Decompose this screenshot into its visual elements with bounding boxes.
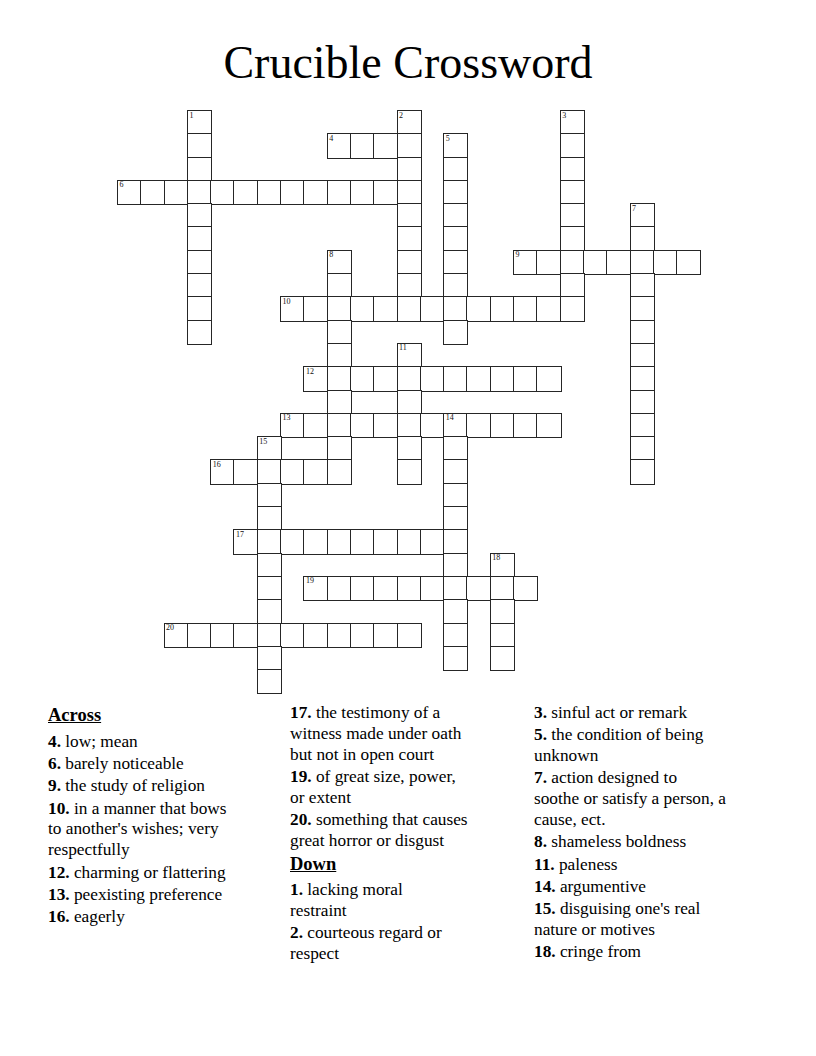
grid-cell-r3c5[interactable]: [234, 181, 257, 204]
grid-cell-r8c19[interactable]: [561, 297, 584, 320]
grid-cell-r6c3[interactable]: [188, 251, 211, 274]
grid-cell-r22c9[interactable]: [328, 624, 351, 647]
grid-cell-r20c13[interactable]: [421, 577, 444, 600]
grid-cell-r15c12[interactable]: [398, 460, 421, 483]
grid-cell-r18c13[interactable]: [421, 530, 444, 553]
clue-number-3: 3.: [534, 703, 547, 722]
grid-cell-r15c14[interactable]: [444, 460, 467, 483]
clue-number-13: 13.: [48, 885, 70, 904]
grid-cell-r18c5[interactable]: 17: [234, 530, 257, 553]
grid-cell-r9c3[interactable]: [188, 321, 211, 344]
clue-number-15: 15.: [534, 899, 556, 918]
grid-cell-r11c18[interactable]: [537, 367, 560, 390]
grid-cell-r13c10[interactable]: [351, 414, 374, 437]
grid-cell-r18c6[interactable]: [258, 530, 281, 553]
grid-cell-r8c11[interactable]: [374, 297, 397, 320]
grid-cell-r20c12[interactable]: [398, 577, 421, 600]
clue-10: 10. in a manner that bows to another's w…: [48, 799, 270, 861]
grid-cell-r12c22[interactable]: [631, 391, 654, 414]
grid-cell-r14c12[interactable]: [398, 437, 421, 460]
grid-cell-r21c16[interactable]: [491, 600, 514, 623]
grid-cell-r8c13[interactable]: [421, 297, 444, 320]
grid-cell-r0c3[interactable]: 1: [188, 111, 211, 134]
grid-cell-r15c4[interactable]: 16: [211, 460, 234, 483]
grid-cell-r4c12[interactable]: [398, 204, 421, 227]
clue-number-18: 18.: [534, 942, 556, 961]
clue-column-1: Across4. low; mean6. barely noticeable9.…: [48, 703, 270, 929]
grid-cell-r20c14[interactable]: [444, 577, 467, 600]
grid-cell-r20c10[interactable]: [351, 577, 374, 600]
grid-cell-r11c15[interactable]: [467, 367, 490, 390]
cell-number-14: 14: [446, 414, 454, 422]
cell-number-18: 18: [492, 554, 500, 562]
grid-cell-r3c8[interactable]: [304, 181, 327, 204]
grid-cell-r5c14[interactable]: [444, 227, 467, 250]
cell-number-5: 5: [446, 135, 450, 143]
grid-cell-r20c15[interactable]: [467, 577, 490, 600]
clue-number-17: 17.: [290, 703, 312, 722]
grid-cell-r8c7[interactable]: 10: [281, 297, 304, 320]
grid-cell-r22c6[interactable]: [258, 624, 281, 647]
grid-cell-r13c7[interactable]: 13: [281, 414, 304, 437]
clue-20: 20. something that causes great horror o…: [290, 810, 508, 852]
grid-cell-r5c19[interactable]: [561, 227, 584, 250]
grid-cell-r2c12[interactable]: [398, 158, 421, 181]
cell-number-11: 11: [399, 344, 407, 352]
grid-cell-r9c22[interactable]: [631, 321, 654, 344]
grid-cell-r14c9[interactable]: [328, 437, 351, 460]
cell-number-7: 7: [632, 205, 636, 213]
grid-cell-r22c8[interactable]: [304, 624, 327, 647]
grid-cell-r20c11[interactable]: [374, 577, 397, 600]
grid-cell-r18c7[interactable]: [281, 530, 304, 553]
grid-cell-r8c18[interactable]: [537, 297, 560, 320]
grid-cell-r14c6[interactable]: 15: [258, 437, 281, 460]
grid-cell-r10c22[interactable]: [631, 344, 654, 367]
cell-number-15: 15: [259, 438, 267, 446]
grid-cell-r17c14[interactable]: [444, 507, 467, 530]
grid-cell-r11c10[interactable]: [351, 367, 374, 390]
clue-8: 8. shameless boldness: [534, 832, 774, 853]
grid-cell-r1c19[interactable]: [561, 134, 584, 157]
grid-cell-r13c18[interactable]: [537, 414, 560, 437]
clue-19: 19. of great size, power, or extent: [290, 767, 508, 809]
clue-14: 14. argumentive: [534, 877, 774, 898]
grid-cell-r7c12[interactable]: [398, 274, 421, 297]
clue-1: 1. lacking moral restraint: [290, 880, 508, 922]
clue-number-9: 9.: [48, 776, 61, 795]
clue-section-header-down: Down: [290, 854, 508, 875]
grid-cell-r20c16[interactable]: [491, 577, 514, 600]
clue-number-12: 12.: [48, 863, 70, 882]
grid-cell-r3c19[interactable]: [561, 181, 584, 204]
grid-cell-r20c17[interactable]: [514, 577, 537, 600]
grid-cell-r7c9[interactable]: [328, 274, 351, 297]
grid-cell-r22c14[interactable]: [444, 624, 467, 647]
cell-number-19: 19: [306, 577, 314, 585]
grid-cell-r24c6[interactable]: [258, 670, 281, 693]
clue-number-5: 5.: [534, 725, 547, 744]
grid-cell-r22c5[interactable]: [234, 624, 257, 647]
grid-cell-r18c9[interactable]: [328, 530, 351, 553]
grid-cell-r4c3[interactable]: [188, 204, 211, 227]
grid-cell-r0c19[interactable]: 3: [561, 111, 584, 134]
grid-cell-r22c11[interactable]: [374, 624, 397, 647]
grid-cell-r6c9[interactable]: 8: [328, 251, 351, 274]
grid-cell-r10c12[interactable]: 11: [398, 344, 421, 367]
grid-cell-r13c15[interactable]: [467, 414, 490, 437]
grid-cell-r1c14[interactable]: 5: [444, 134, 467, 157]
clue-number-6: 6.: [48, 754, 61, 773]
grid-cell-r8c3[interactable]: [188, 297, 211, 320]
grid-cell-r13c11[interactable]: [374, 414, 397, 437]
grid-cell-r2c14[interactable]: [444, 158, 467, 181]
clue-12: 12. charming or flattering: [48, 863, 270, 884]
grid-cell-r23c6[interactable]: [258, 647, 281, 670]
grid-cell-r11c8[interactable]: 12: [304, 367, 327, 390]
grid-cell-r6c19[interactable]: [561, 251, 584, 274]
clue-13: 13. peexisting preference: [48, 885, 270, 906]
cell-number-9: 9: [516, 251, 520, 259]
grid-cell-r0c12[interactable]: 2: [398, 111, 421, 134]
clue-number-1: 1.: [290, 880, 303, 899]
grid-cell-r22c3[interactable]: [188, 624, 211, 647]
grid-cell-r6c24[interactable]: [677, 251, 700, 274]
grid-cell-r18c8[interactable]: [304, 530, 327, 553]
clue-column-2: 17. the testimony of a witness made unde…: [290, 703, 508, 967]
clue-number-7: 7.: [534, 768, 547, 787]
grid-cell-r20c8[interactable]: 19: [304, 577, 327, 600]
grid-cell-r1c12[interactable]: [398, 134, 421, 157]
clue-2: 2. courteous regard or respect: [290, 923, 508, 965]
grid-cell-r3c6[interactable]: [258, 181, 281, 204]
grid-cell-r3c11[interactable]: [374, 181, 397, 204]
grid-cell-r2c19[interactable]: [561, 158, 584, 181]
grid-cell-r18c14[interactable]: [444, 530, 467, 553]
grid-cell-r5c3[interactable]: [188, 227, 211, 250]
cell-number-6: 6: [120, 181, 124, 189]
grid-cell-r6c12[interactable]: [398, 251, 421, 274]
grid-cell-r13c22[interactable]: [631, 414, 654, 437]
clue-number-10: 10.: [48, 799, 70, 818]
grid-cell-r8c15[interactable]: [467, 297, 490, 320]
grid-cell-r3c0[interactable]: 6: [118, 181, 141, 204]
grid-cell-r12c12[interactable]: [398, 391, 421, 414]
cell-number-12: 12: [306, 368, 314, 376]
clue-18: 18. cringe from: [534, 942, 774, 963]
clue-6: 6. barely noticeable: [48, 754, 270, 775]
grid-cell-r11c22[interactable]: [631, 367, 654, 390]
clue-number-4: 4.: [48, 732, 61, 751]
grid-cell-r7c3[interactable]: [188, 274, 211, 297]
cell-number-20: 20: [166, 624, 174, 632]
grid-cell-r20c9[interactable]: [328, 577, 351, 600]
grid-cell-r22c16[interactable]: [491, 624, 514, 647]
clue-number-20: 20.: [290, 810, 312, 829]
page-title: Crucible Crossword: [0, 36, 816, 89]
grid-cell-r16c14[interactable]: [444, 484, 467, 507]
grid-cell-r22c10[interactable]: [351, 624, 374, 647]
clue-11: 11. paleness: [534, 855, 774, 876]
grid-cell-r14c14[interactable]: [444, 437, 467, 460]
cell-number-16: 16: [213, 461, 221, 469]
grid-cell-r3c9[interactable]: [328, 181, 351, 204]
grid-cell-r3c3[interactable]: [188, 181, 211, 204]
grid-cell-r11c9[interactable]: [328, 367, 351, 390]
grid-cell-r15c9[interactable]: [328, 460, 351, 483]
clue-3: 3. sinful act or remark: [534, 703, 774, 724]
clue-number-16: 16.: [48, 907, 70, 926]
grid-cell-r11c14[interactable]: [444, 367, 467, 390]
clue-5: 5. the condition of being unknown: [534, 725, 774, 767]
grid-cell-r22c7[interactable]: [281, 624, 304, 647]
grid-cell-r13c16[interactable]: [491, 414, 514, 437]
clue-7: 7. action designed to soothe or satisfy …: [534, 768, 774, 830]
grid-cell-r18c12[interactable]: [398, 530, 421, 553]
grid-cell-r23c16[interactable]: [491, 647, 514, 670]
cell-number-3: 3: [562, 112, 566, 120]
grid-cell-r4c14[interactable]: [444, 204, 467, 227]
grid-cell-r11c16[interactable]: [491, 367, 514, 390]
grid-cell-r3c12[interactable]: [398, 181, 421, 204]
grid-cell-r18c10[interactable]: [351, 530, 374, 553]
clue-number-8: 8.: [534, 832, 547, 851]
grid-cell-r4c19[interactable]: [561, 204, 584, 227]
grid-cell-r6c14[interactable]: [444, 251, 467, 274]
grid-cell-r21c14[interactable]: [444, 600, 467, 623]
cell-number-13: 13: [283, 414, 291, 422]
grid-cell-r19c16[interactable]: 18: [491, 554, 514, 577]
grid-cell-r6c17[interactable]: 9: [514, 251, 537, 274]
grid-cell-r13c14[interactable]: 14: [444, 414, 467, 437]
grid-cell-r13c8[interactable]: [304, 414, 327, 437]
grid-cell-r15c8[interactable]: [304, 460, 327, 483]
grid-cell-r8c8[interactable]: [304, 297, 327, 320]
grid-cell-r11c13[interactable]: [421, 367, 444, 390]
grid-cell-r3c2[interactable]: [165, 181, 188, 204]
cell-number-8: 8: [329, 251, 333, 259]
grid-cell-r6c18[interactable]: [537, 251, 560, 274]
cell-number-10: 10: [283, 298, 291, 306]
grid-cell-r8c22[interactable]: [631, 297, 654, 320]
grid-cell-r11c11[interactable]: [374, 367, 397, 390]
grid-cell-r7c14[interactable]: [444, 274, 467, 297]
grid-cell-r6c21[interactable]: [607, 251, 630, 274]
grid-cell-r6c20[interactable]: [584, 251, 607, 274]
crossword-grid: 1234567891011121314151617181920: [118, 111, 700, 693]
grid-cell-r8c17[interactable]: [514, 297, 537, 320]
grid-cell-r21c6[interactable]: [258, 600, 281, 623]
clue-number-14: 14.: [534, 877, 556, 896]
page: { "title": "Crucible Crossword", "game":…: [0, 0, 816, 1056]
grid-cell-r3c10[interactable]: [351, 181, 374, 204]
grid-cell-r6c23[interactable]: [654, 251, 677, 274]
grid-cell-r19c6[interactable]: [258, 554, 281, 577]
grid-cell-r8c10[interactable]: [351, 297, 374, 320]
grid-cell-r8c16[interactable]: [491, 297, 514, 320]
grid-cell-r7c22[interactable]: [631, 274, 654, 297]
grid-cell-r1c10[interactable]: [351, 134, 374, 157]
grid-cell-r13c13[interactable]: [421, 414, 444, 437]
grid-cell-r15c6[interactable]: [258, 460, 281, 483]
grid-cell-r15c7[interactable]: [281, 460, 304, 483]
grid-cell-r8c12[interactable]: [398, 297, 421, 320]
grid-cell-r6c22[interactable]: [631, 251, 654, 274]
grid-cell-r18c11[interactable]: [374, 530, 397, 553]
grid-cell-r15c22[interactable]: [631, 460, 654, 483]
clue-column-3: 3. sinful act or remark5. the condition …: [534, 703, 774, 965]
grid-cell-r13c12[interactable]: [398, 414, 421, 437]
grid-cell-r3c14[interactable]: [444, 181, 467, 204]
grid-cell-r8c14[interactable]: [444, 297, 467, 320]
grid-cell-r10c9[interactable]: [328, 344, 351, 367]
grid-cell-r2c3[interactable]: [188, 158, 211, 181]
clue-number-2: 2.: [290, 923, 303, 942]
grid-cell-r1c3[interactable]: [188, 134, 211, 157]
grid-cell-r14c22[interactable]: [631, 437, 654, 460]
cell-number-1: 1: [189, 112, 193, 120]
grid-cell-r19c14[interactable]: [444, 554, 467, 577]
cell-number-17: 17: [236, 531, 244, 539]
cell-number-2: 2: [399, 112, 403, 120]
grid-cell-r1c11[interactable]: [374, 134, 397, 157]
grid-cell-r9c9[interactable]: [328, 321, 351, 344]
clue-number-19: 19.: [290, 767, 312, 786]
grid-cell-r13c17[interactable]: [514, 414, 537, 437]
grid-cell-r3c4[interactable]: [211, 181, 234, 204]
grid-cell-r22c4[interactable]: [211, 624, 234, 647]
grid-cell-r8c9[interactable]: [328, 297, 351, 320]
clue-number-11: 11.: [534, 855, 555, 874]
grid-cell-r5c12[interactable]: [398, 227, 421, 250]
clue-4: 4. low; mean: [48, 732, 270, 753]
clue-9: 9. the study of religion: [48, 776, 270, 797]
grid-cell-r9c14[interactable]: [444, 321, 467, 344]
cell-number-4: 4: [329, 135, 333, 143]
grid-cell-r3c1[interactable]: [141, 181, 164, 204]
clue-17: 17. the testimony of a witness made unde…: [290, 703, 508, 765]
grid-cell-r11c12[interactable]: [398, 367, 421, 390]
grid-cell-r15c5[interactable]: [234, 460, 257, 483]
grid-cell-r22c2[interactable]: 20: [165, 624, 188, 647]
grid-cell-r23c14[interactable]: [444, 647, 467, 670]
grid-cell-r4c22[interactable]: 7: [631, 204, 654, 227]
grid-cell-r1c9[interactable]: 4: [328, 134, 351, 157]
grid-cell-r17c6[interactable]: [258, 507, 281, 530]
clue-section-header-across: Across: [48, 705, 270, 726]
grid-cell-r12c9[interactable]: [328, 391, 351, 414]
grid-cell-r22c12[interactable]: [398, 624, 421, 647]
grid-cell-r13c9[interactable]: [328, 414, 351, 437]
clue-16: 16. eagerly: [48, 907, 270, 928]
grid-cell-r7c19[interactable]: [561, 274, 584, 297]
grid-cell-r5c22[interactable]: [631, 227, 654, 250]
grid-cell-r20c6[interactable]: [258, 577, 281, 600]
grid-cell-r3c7[interactable]: [281, 181, 304, 204]
clue-15: 15. disguising one's real nature or moti…: [534, 899, 774, 941]
grid-cell-r16c6[interactable]: [258, 484, 281, 507]
grid-cell-r11c17[interactable]: [514, 367, 537, 390]
